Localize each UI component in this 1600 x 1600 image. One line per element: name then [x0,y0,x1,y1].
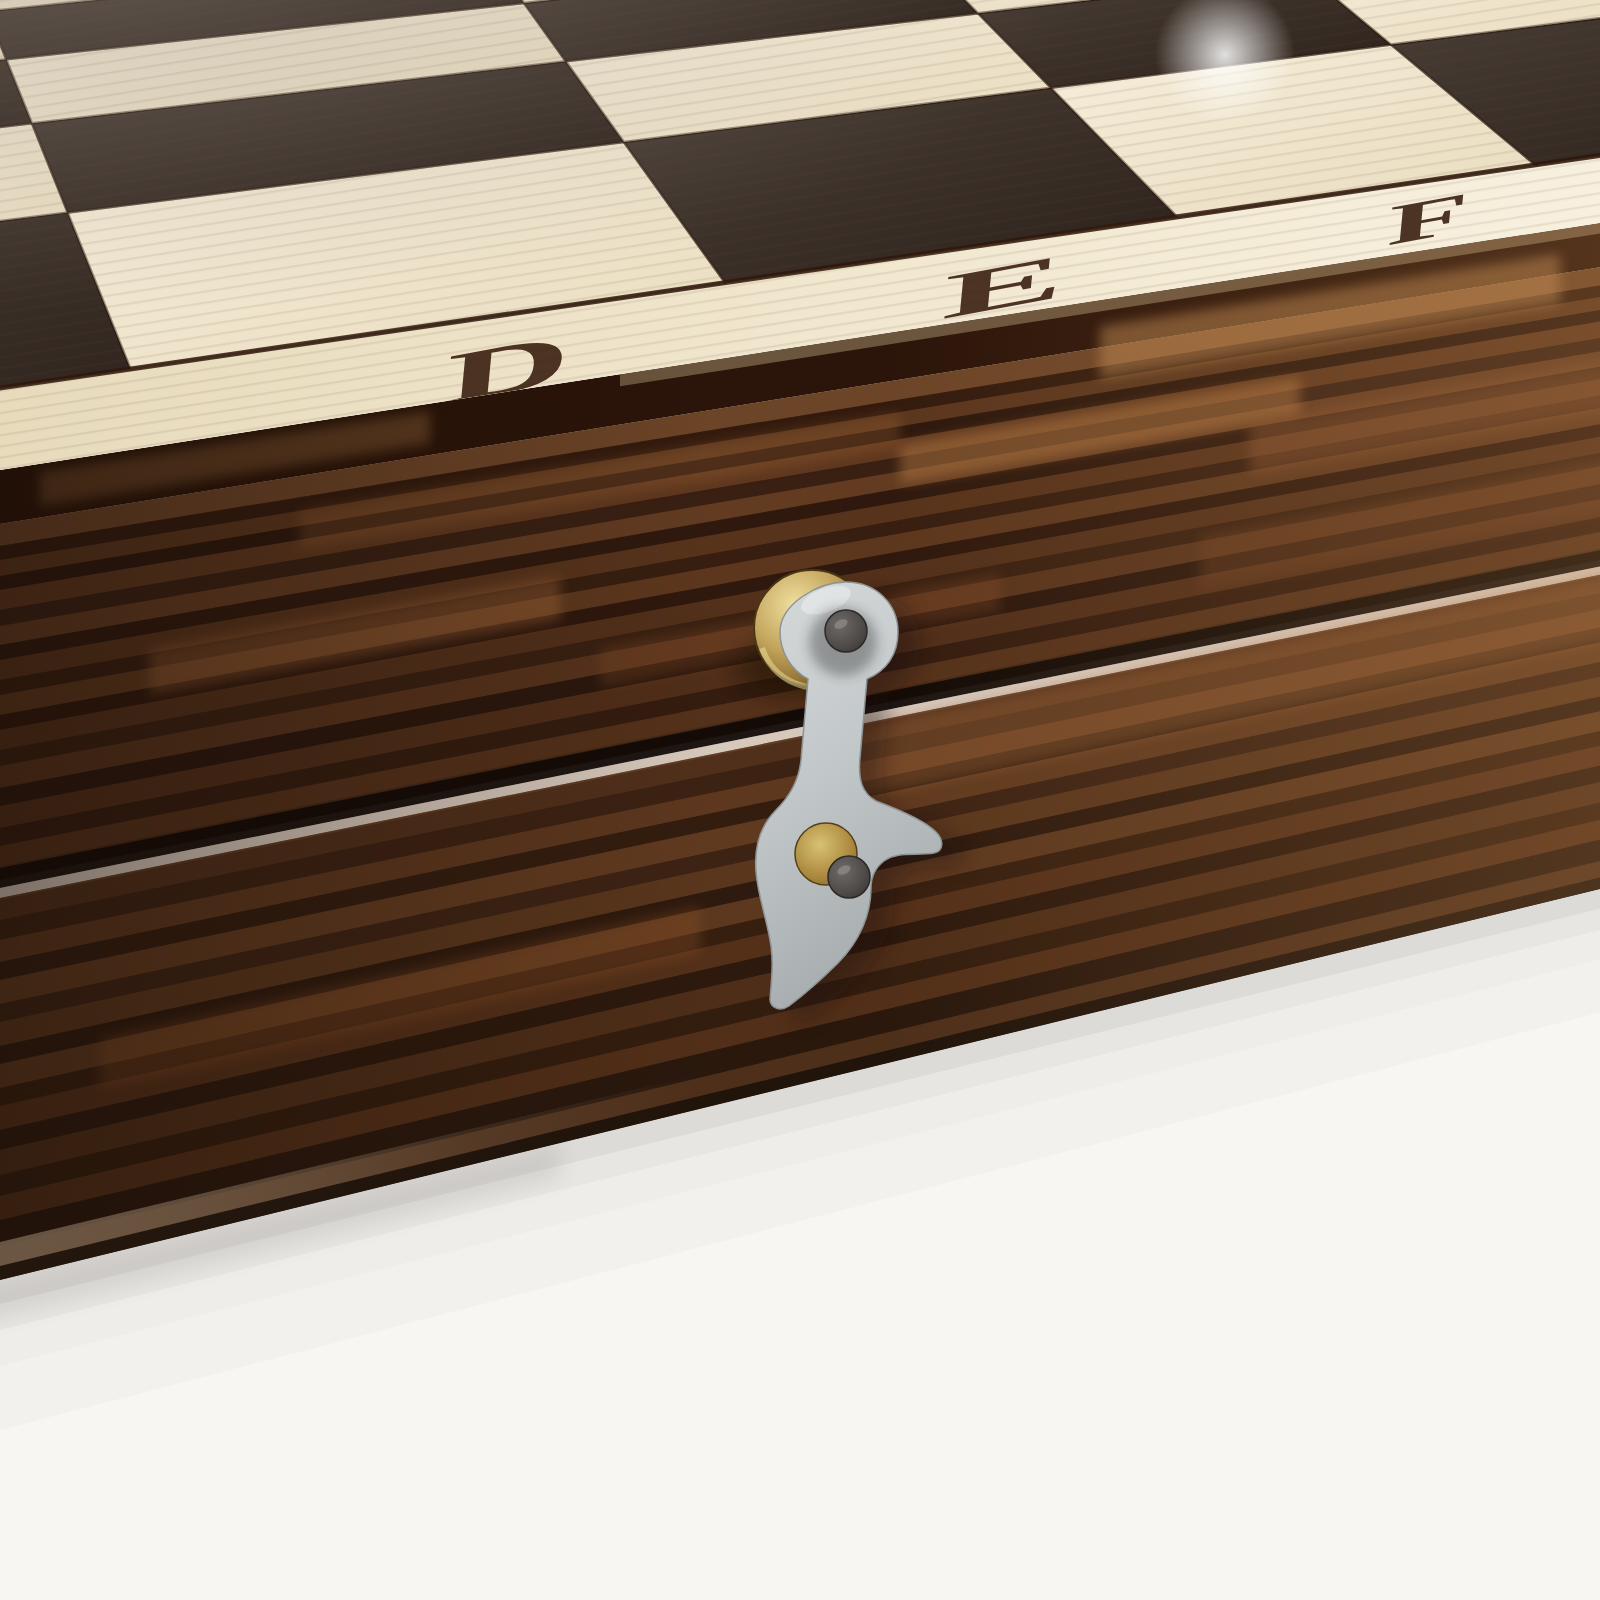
bottom-pin [828,856,870,898]
chess-box-photo: DEF [0,0,1600,1600]
scene-svg: DEF [0,0,1600,1600]
top-pin [825,610,867,652]
